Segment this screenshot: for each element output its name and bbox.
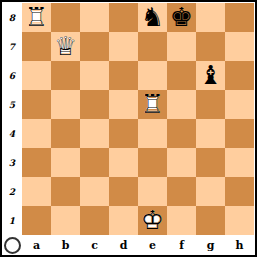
square-h5[interactable]	[225, 90, 254, 119]
square-e1[interactable]: ♚♔	[138, 206, 167, 235]
square-e4[interactable]	[138, 119, 167, 148]
file-label-h: h	[225, 236, 254, 254]
square-f5[interactable]	[167, 90, 196, 119]
square-a5[interactable]	[22, 90, 51, 119]
square-b7[interactable]: ♛♕	[51, 32, 80, 61]
square-a6[interactable]	[22, 61, 51, 90]
file-label-f: f	[167, 236, 196, 254]
square-b6[interactable]	[51, 61, 80, 90]
square-d1[interactable]	[109, 206, 138, 235]
chess-diagram: 87654321 ♜♖♞♚♛♕♝♜♖♚♔ abcdefgh	[0, 0, 257, 257]
rank-labels: 87654321	[2, 3, 22, 235]
square-e6[interactable]	[138, 61, 167, 90]
piece-white-rook[interactable]: ♖	[138, 90, 167, 119]
piece-black-knight[interactable]: ♞	[138, 3, 167, 32]
square-f1[interactable]	[167, 206, 196, 235]
square-d3[interactable]	[109, 148, 138, 177]
square-g3[interactable]	[196, 148, 225, 177]
square-h6[interactable]	[225, 61, 254, 90]
rank-label-1: 1	[2, 206, 22, 235]
square-a1[interactable]	[22, 206, 51, 235]
square-c2[interactable]	[80, 177, 109, 206]
square-g8[interactable]	[196, 3, 225, 32]
piece-white-queen[interactable]: ♕	[51, 32, 80, 61]
square-d4[interactable]	[109, 119, 138, 148]
square-b1[interactable]	[51, 206, 80, 235]
square-c4[interactable]	[80, 119, 109, 148]
square-g5[interactable]	[196, 90, 225, 119]
square-b2[interactable]	[51, 177, 80, 206]
white-to-move-indicator	[4, 237, 21, 254]
piece-black-bishop[interactable]: ♝	[196, 61, 225, 90]
rank-label-6: 6	[2, 61, 22, 90]
file-labels: abcdefgh	[22, 236, 254, 254]
square-g1[interactable]	[196, 206, 225, 235]
rank-label-4: 4	[2, 119, 22, 148]
file-label-b: b	[51, 236, 80, 254]
square-d6[interactable]	[109, 61, 138, 90]
square-f2[interactable]	[167, 177, 196, 206]
square-b8[interactable]	[51, 3, 80, 32]
square-c3[interactable]	[80, 148, 109, 177]
chess-board: ♜♖♞♚♛♕♝♜♖♚♔	[22, 3, 254, 235]
square-b3[interactable]	[51, 148, 80, 177]
piece-white-rook[interactable]: ♖	[22, 3, 51, 32]
square-c1[interactable]	[80, 206, 109, 235]
square-g7[interactable]	[196, 32, 225, 61]
piece-black-king[interactable]: ♚	[167, 3, 196, 32]
square-d2[interactable]	[109, 177, 138, 206]
square-a7[interactable]	[22, 32, 51, 61]
square-b4[interactable]	[51, 119, 80, 148]
rank-label-8: 8	[2, 3, 22, 32]
square-d7[interactable]	[109, 32, 138, 61]
square-g2[interactable]	[196, 177, 225, 206]
square-e8[interactable]: ♞	[138, 3, 167, 32]
rank-label-5: 5	[2, 90, 22, 119]
piece-white-king[interactable]: ♔	[138, 206, 167, 235]
square-d5[interactable]	[109, 90, 138, 119]
file-label-a: a	[22, 236, 51, 254]
square-h1[interactable]	[225, 206, 254, 235]
square-c5[interactable]	[80, 90, 109, 119]
file-label-d: d	[109, 236, 138, 254]
square-f8[interactable]: ♚	[167, 3, 196, 32]
square-a4[interactable]	[22, 119, 51, 148]
square-h8[interactable]	[225, 3, 254, 32]
square-a8[interactable]: ♜♖	[22, 3, 51, 32]
square-f7[interactable]	[167, 32, 196, 61]
square-g4[interactable]	[196, 119, 225, 148]
square-b5[interactable]	[51, 90, 80, 119]
square-a3[interactable]	[22, 148, 51, 177]
file-label-e: e	[138, 236, 167, 254]
square-e3[interactable]	[138, 148, 167, 177]
rank-label-3: 3	[2, 148, 22, 177]
square-f4[interactable]	[167, 119, 196, 148]
square-f3[interactable]	[167, 148, 196, 177]
square-f6[interactable]	[167, 61, 196, 90]
file-label-g: g	[196, 236, 225, 254]
square-h3[interactable]	[225, 148, 254, 177]
square-h7[interactable]	[225, 32, 254, 61]
square-e2[interactable]	[138, 177, 167, 206]
square-c7[interactable]	[80, 32, 109, 61]
square-e7[interactable]	[138, 32, 167, 61]
file-label-c: c	[80, 236, 109, 254]
square-e5[interactable]: ♜♖	[138, 90, 167, 119]
square-h2[interactable]	[225, 177, 254, 206]
square-c6[interactable]	[80, 61, 109, 90]
square-a2[interactable]	[22, 177, 51, 206]
square-d8[interactable]	[109, 3, 138, 32]
square-c8[interactable]	[80, 3, 109, 32]
rank-label-2: 2	[2, 177, 22, 206]
square-g6[interactable]: ♝	[196, 61, 225, 90]
rank-label-7: 7	[2, 32, 22, 61]
square-h4[interactable]	[225, 119, 254, 148]
